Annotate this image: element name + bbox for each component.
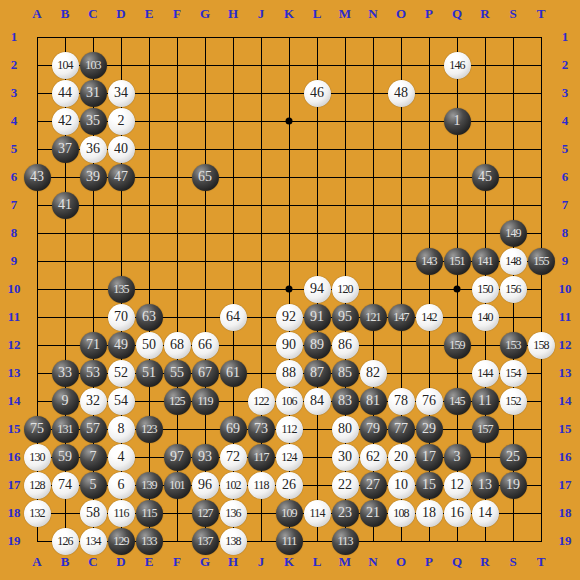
stone-white-30-M16[interactable]: 30 <box>332 444 359 471</box>
stone-black-23-M18[interactable]: 23 <box>332 500 359 527</box>
stone-white-146-Q2[interactable]: 146 <box>444 52 471 79</box>
stone-black-91-L11[interactable]: 91 <box>304 304 331 331</box>
row-label-left-12: 12 <box>8 337 21 353</box>
stone-black-97-F16[interactable]: 97 <box>164 444 191 471</box>
column-label-bottom-O: O <box>396 554 406 570</box>
stone-white-12-Q17[interactable]: 12 <box>444 472 471 499</box>
stone-black-93-G16[interactable]: 93 <box>192 444 219 471</box>
row-label-left-7: 7 <box>11 197 18 213</box>
stone-black-67-G13[interactable]: 67 <box>192 360 219 387</box>
stone-white-8-D15[interactable]: 8 <box>108 416 135 443</box>
column-label-bottom-F: F <box>173 554 181 570</box>
column-label-top-P: P <box>425 6 433 22</box>
column-label-top-K: K <box>284 6 294 22</box>
column-label-top-M: M <box>339 6 351 22</box>
stone-white-90-K12[interactable]: 90 <box>276 332 303 359</box>
row-label-left-9: 9 <box>11 253 18 269</box>
row-label-left-19: 19 <box>8 533 21 549</box>
stone-white-134-C19[interactable]: 134 <box>80 528 107 555</box>
stone-white-40-D5[interactable]: 40 <box>108 136 135 163</box>
stone-black-5-C17[interactable]: 5 <box>80 472 107 499</box>
stone-white-68-F12[interactable]: 68 <box>164 332 191 359</box>
stone-layer: 1234567891011121314151617181920212223252… <box>23 23 555 555</box>
column-label-bottom-T: T <box>537 554 546 570</box>
stone-black-101-F17[interactable]: 101 <box>164 472 191 499</box>
stone-white-120-M10[interactable]: 120 <box>332 276 359 303</box>
row-label-left-5: 5 <box>11 141 18 157</box>
column-label-top-F: F <box>173 6 181 22</box>
stone-black-147-O11[interactable]: 147 <box>388 304 415 331</box>
column-label-top-J: J <box>258 6 265 22</box>
row-label-right-18: 18 <box>559 505 572 521</box>
row-label-left-1: 1 <box>11 29 18 45</box>
column-label-top-R: R <box>480 6 489 22</box>
stone-white-66-G12[interactable]: 66 <box>192 332 219 359</box>
column-label-top-Q: Q <box>452 6 462 22</box>
stone-black-49-D12[interactable]: 49 <box>108 332 135 359</box>
stone-white-16-Q18[interactable]: 16 <box>444 500 471 527</box>
column-label-bottom-A: A <box>32 554 41 570</box>
column-label-bottom-S: S <box>509 554 516 570</box>
row-label-right-14: 14 <box>559 393 572 409</box>
stone-black-115-E18[interactable]: 115 <box>136 500 163 527</box>
stone-white-6-D17[interactable]: 6 <box>108 472 135 499</box>
column-label-top-E: E <box>145 6 154 22</box>
stone-white-26-K17[interactable]: 26 <box>276 472 303 499</box>
stone-white-152-S14[interactable]: 152 <box>500 388 527 415</box>
stone-white-72-H16[interactable]: 72 <box>220 444 247 471</box>
stone-white-150-R10[interactable]: 150 <box>472 276 499 303</box>
row-label-right-16: 16 <box>559 449 572 465</box>
stone-black-41-B7[interactable]: 41 <box>52 192 79 219</box>
stone-white-102-H17[interactable]: 102 <box>220 472 247 499</box>
row-label-right-15: 15 <box>559 421 572 437</box>
stone-white-32-C14[interactable]: 32 <box>80 388 107 415</box>
stone-black-83-M14[interactable]: 83 <box>332 388 359 415</box>
stone-black-87-L13[interactable]: 87 <box>304 360 331 387</box>
stone-black-117-J16[interactable]: 117 <box>248 444 275 471</box>
stone-white-70-D11[interactable]: 70 <box>108 304 135 331</box>
stone-black-65-G6[interactable]: 65 <box>192 164 219 191</box>
stone-white-158-T12[interactable]: 158 <box>528 332 555 359</box>
stone-black-143-P9[interactable]: 143 <box>416 248 443 275</box>
column-label-bottom-J: J <box>258 554 265 570</box>
stone-white-126-B19[interactable]: 126 <box>52 528 79 555</box>
stone-white-52-D13[interactable]: 52 <box>108 360 135 387</box>
stone-black-7-C16[interactable]: 7 <box>80 444 107 471</box>
stone-white-96-G17[interactable]: 96 <box>192 472 219 499</box>
stone-black-79-N15[interactable]: 79 <box>360 416 387 443</box>
stone-black-27-N17[interactable]: 27 <box>360 472 387 499</box>
stone-black-121-N11[interactable]: 121 <box>360 304 387 331</box>
stone-white-10-O17[interactable]: 10 <box>388 472 415 499</box>
column-label-top-C: C <box>88 6 97 22</box>
column-label-top-B: B <box>61 6 70 22</box>
stone-white-112-K15[interactable]: 112 <box>276 416 303 443</box>
column-label-bottom-G: G <box>200 554 210 570</box>
row-label-right-5: 5 <box>562 141 569 157</box>
stone-black-17-P16[interactable]: 17 <box>416 444 443 471</box>
stone-black-81-N14[interactable]: 81 <box>360 388 387 415</box>
stone-black-51-E13[interactable]: 51 <box>136 360 163 387</box>
stone-black-19-S17[interactable]: 19 <box>500 472 527 499</box>
stone-white-94-L10[interactable]: 94 <box>304 276 331 303</box>
column-label-bottom-N: N <box>368 554 377 570</box>
stone-black-31-C3[interactable]: 31 <box>80 80 107 107</box>
stone-black-109-K18[interactable]: 109 <box>276 500 303 527</box>
stone-black-3-Q16[interactable]: 3 <box>444 444 471 471</box>
stone-white-148-S9[interactable]: 148 <box>500 248 527 275</box>
stone-black-113-M19[interactable]: 113 <box>332 528 359 555</box>
stone-black-47-D6[interactable]: 47 <box>108 164 135 191</box>
column-label-top-D: D <box>116 6 125 22</box>
column-label-bottom-C: C <box>88 554 97 570</box>
row-label-left-14: 14 <box>8 393 21 409</box>
column-label-bottom-M: M <box>339 554 351 570</box>
row-label-right-17: 17 <box>559 477 572 493</box>
column-label-top-N: N <box>368 6 377 22</box>
column-label-bottom-P: P <box>425 554 433 570</box>
stone-white-114-L18[interactable]: 114 <box>304 500 331 527</box>
stone-black-141-R9[interactable]: 141 <box>472 248 499 275</box>
stone-black-137-G19[interactable]: 137 <box>192 528 219 555</box>
stone-white-144-R13[interactable]: 144 <box>472 360 499 387</box>
column-label-bottom-L: L <box>313 554 322 570</box>
stone-white-22-M17[interactable]: 22 <box>332 472 359 499</box>
stone-white-82-N13[interactable]: 82 <box>360 360 387 387</box>
row-label-right-13: 13 <box>559 365 572 381</box>
stone-white-132-A18[interactable]: 132 <box>24 500 51 527</box>
stone-white-50-E12[interactable]: 50 <box>136 332 163 359</box>
stone-white-156-S10[interactable]: 156 <box>500 276 527 303</box>
row-label-left-2: 2 <box>11 57 18 73</box>
stone-black-63-E11[interactable]: 63 <box>136 304 163 331</box>
stone-white-74-B17[interactable]: 74 <box>52 472 79 499</box>
stone-black-57-C15[interactable]: 57 <box>80 416 107 443</box>
stone-black-157-R15[interactable]: 157 <box>472 416 499 443</box>
stone-white-58-C18[interactable]: 58 <box>80 500 107 527</box>
row-label-right-1: 1 <box>562 29 569 45</box>
row-label-left-3: 3 <box>11 85 18 101</box>
stone-white-84-L14[interactable]: 84 <box>304 388 331 415</box>
stone-white-138-H19[interactable]: 138 <box>220 528 247 555</box>
stone-black-53-C13[interactable]: 53 <box>80 360 107 387</box>
stone-black-111-K19[interactable]: 111 <box>276 528 303 555</box>
stone-black-151-Q9[interactable]: 151 <box>444 248 471 275</box>
column-label-bottom-R: R <box>480 554 489 570</box>
stone-white-154-S13[interactable]: 154 <box>500 360 527 387</box>
stone-black-45-R6[interactable]: 45 <box>472 164 499 191</box>
row-label-left-4: 4 <box>11 113 18 129</box>
stone-black-89-L12[interactable]: 89 <box>304 332 331 359</box>
row-label-right-8: 8 <box>562 225 569 241</box>
stone-black-153-S12[interactable]: 153 <box>500 332 527 359</box>
stone-black-35-C4[interactable]: 35 <box>80 108 107 135</box>
row-label-left-16: 16 <box>8 449 21 465</box>
stone-black-135-D10[interactable]: 135 <box>108 276 135 303</box>
stone-black-9-B14[interactable]: 9 <box>52 388 79 415</box>
stone-black-145-Q14[interactable]: 145 <box>444 388 471 415</box>
stone-white-4-D16[interactable]: 4 <box>108 444 135 471</box>
row-label-right-3: 3 <box>562 85 569 101</box>
stone-black-123-E15[interactable]: 123 <box>136 416 163 443</box>
stone-white-54-D14[interactable]: 54 <box>108 388 135 415</box>
stone-white-116-D18[interactable]: 116 <box>108 500 135 527</box>
row-label-left-6: 6 <box>11 169 18 185</box>
row-label-right-2: 2 <box>562 57 569 73</box>
stone-black-29-P15[interactable]: 29 <box>416 416 443 443</box>
stone-black-39-C6[interactable]: 39 <box>80 164 107 191</box>
stone-white-118-J17[interactable]: 118 <box>248 472 275 499</box>
row-label-right-12: 12 <box>559 337 572 353</box>
stone-black-131-B15[interactable]: 131 <box>52 416 79 443</box>
stone-black-77-O15[interactable]: 77 <box>388 416 415 443</box>
stone-white-14-R18[interactable]: 14 <box>472 500 499 527</box>
stone-white-62-N16[interactable]: 62 <box>360 444 387 471</box>
row-label-right-11: 11 <box>559 309 571 325</box>
stone-black-85-M13[interactable]: 85 <box>332 360 359 387</box>
column-label-top-O: O <box>396 6 406 22</box>
stone-white-20-O16[interactable]: 20 <box>388 444 415 471</box>
stone-black-15-P17[interactable]: 15 <box>416 472 443 499</box>
column-label-bottom-K: K <box>284 554 294 570</box>
stone-white-34-D3[interactable]: 34 <box>108 80 135 107</box>
stone-white-92-K11[interactable]: 92 <box>276 304 303 331</box>
stone-black-139-E17[interactable]: 139 <box>136 472 163 499</box>
stone-white-136-H18[interactable]: 136 <box>220 500 247 527</box>
stone-white-80-M15[interactable]: 80 <box>332 416 359 443</box>
row-label-left-13: 13 <box>8 365 21 381</box>
go-board[interactable]: 1234567891011121314151617181920212223252… <box>0 0 580 580</box>
column-label-top-T: T <box>537 6 546 22</box>
stone-black-73-J15[interactable]: 73 <box>248 416 275 443</box>
column-label-top-A: A <box>32 6 41 22</box>
stone-white-130-A16[interactable]: 130 <box>24 444 51 471</box>
column-label-bottom-D: D <box>116 554 125 570</box>
column-label-top-H: H <box>228 6 238 22</box>
stone-black-21-N18[interactable]: 21 <box>360 500 387 527</box>
stone-white-124-K16[interactable]: 124 <box>276 444 303 471</box>
row-label-left-11: 11 <box>8 309 20 325</box>
stone-white-64-H11[interactable]: 64 <box>220 304 247 331</box>
stone-black-61-H13[interactable]: 61 <box>220 360 247 387</box>
stone-white-104-B2[interactable]: 104 <box>52 52 79 79</box>
stone-white-48-O3[interactable]: 48 <box>388 80 415 107</box>
row-label-right-9: 9 <box>562 253 569 269</box>
stone-black-25-S16[interactable]: 25 <box>500 444 527 471</box>
stone-white-18-P18[interactable]: 18 <box>416 500 443 527</box>
stone-black-127-G18[interactable]: 127 <box>192 500 219 527</box>
stone-white-46-L3[interactable]: 46 <box>304 80 331 107</box>
stone-black-125-F14[interactable]: 125 <box>164 388 191 415</box>
stone-white-122-J14[interactable]: 122 <box>248 388 275 415</box>
column-label-bottom-E: E <box>145 554 154 570</box>
stone-white-2-D4[interactable]: 2 <box>108 108 135 135</box>
stone-white-88-K13[interactable]: 88 <box>276 360 303 387</box>
stone-black-129-D19[interactable]: 129 <box>108 528 135 555</box>
row-label-left-17: 17 <box>8 477 21 493</box>
stone-white-36-C5[interactable]: 36 <box>80 136 107 163</box>
stone-white-142-P11[interactable]: 142 <box>416 304 443 331</box>
stone-black-33-B13[interactable]: 33 <box>52 360 79 387</box>
stone-black-37-B5[interactable]: 37 <box>52 136 79 163</box>
column-label-top-L: L <box>313 6 322 22</box>
row-label-right-7: 7 <box>562 197 569 213</box>
stone-black-59-B16[interactable]: 59 <box>52 444 79 471</box>
stone-black-75-A15[interactable]: 75 <box>24 416 51 443</box>
column-label-top-G: G <box>200 6 210 22</box>
row-label-right-4: 4 <box>562 113 569 129</box>
stone-white-76-P14[interactable]: 76 <box>416 388 443 415</box>
row-label-left-15: 15 <box>8 421 21 437</box>
column-label-bottom-Q: Q <box>452 554 462 570</box>
stone-black-11-R14[interactable]: 11 <box>472 388 499 415</box>
stone-black-155-T9[interactable]: 155 <box>528 248 555 275</box>
stone-white-44-B3[interactable]: 44 <box>52 80 79 107</box>
stone-black-159-Q12[interactable]: 159 <box>444 332 471 359</box>
stone-white-78-O14[interactable]: 78 <box>388 388 415 415</box>
stone-black-13-R17[interactable]: 13 <box>472 472 499 499</box>
stone-black-133-E19[interactable]: 133 <box>136 528 163 555</box>
stone-white-86-M12[interactable]: 86 <box>332 332 359 359</box>
column-label-bottom-B: B <box>61 554 70 570</box>
stone-black-103-C2[interactable]: 103 <box>80 52 107 79</box>
row-label-left-18: 18 <box>8 505 21 521</box>
stone-black-149-S8[interactable]: 149 <box>500 220 527 247</box>
stone-white-140-R11[interactable]: 140 <box>472 304 499 331</box>
stone-black-43-A6[interactable]: 43 <box>24 164 51 191</box>
row-label-right-19: 19 <box>559 533 572 549</box>
row-label-left-8: 8 <box>11 225 18 241</box>
stone-white-42-B4[interactable]: 42 <box>52 108 79 135</box>
stone-black-55-F13[interactable]: 55 <box>164 360 191 387</box>
stone-black-69-H15[interactable]: 69 <box>220 416 247 443</box>
stone-white-128-A17[interactable]: 128 <box>24 472 51 499</box>
column-label-bottom-H: H <box>228 554 238 570</box>
column-label-top-S: S <box>509 6 516 22</box>
stone-black-119-G14[interactable]: 119 <box>192 388 219 415</box>
stone-black-1-Q4[interactable]: 1 <box>444 108 471 135</box>
stone-black-95-M11[interactable]: 95 <box>332 304 359 331</box>
stone-black-71-C12[interactable]: 71 <box>80 332 107 359</box>
row-label-left-10: 10 <box>8 281 21 297</box>
stone-white-108-O18[interactable]: 108 <box>388 500 415 527</box>
row-label-right-6: 6 <box>562 169 569 185</box>
row-label-right-10: 10 <box>559 281 572 297</box>
stone-white-106-K14[interactable]: 106 <box>276 388 303 415</box>
